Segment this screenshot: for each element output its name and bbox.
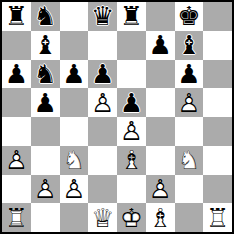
square-c2[interactable]: ♟♙ — [60, 175, 89, 204]
white-king-outline: ♔ — [117, 203, 146, 232]
square-f8[interactable] — [146, 2, 175, 31]
square-d7[interactable] — [88, 31, 117, 60]
piece-white-queen-d1[interactable]: ♛♕ — [88, 203, 117, 232]
square-g2[interactable] — [175, 175, 204, 204]
white-knight-outline: ♘ — [175, 146, 204, 175]
piece-white-pawn-f2[interactable]: ♟♙ — [146, 175, 175, 204]
white-pawn-outline: ♙ — [60, 175, 89, 204]
square-g5[interactable]: ♟♙ — [175, 88, 204, 117]
piece-black-queen-d8[interactable]: ♛ — [88, 2, 117, 31]
square-h1[interactable]: ♜♖ — [203, 203, 232, 232]
white-bishop-outline: ♗ — [146, 203, 175, 232]
piece-black-pawn-b5[interactable]: ♟ — [31, 88, 60, 117]
black-pawn-glyph: ♟ — [117, 88, 146, 117]
piece-black-pawn-d6[interactable]: ♟ — [88, 60, 117, 89]
black-knight-glyph: ♞ — [31, 60, 60, 89]
square-b4[interactable] — [31, 117, 60, 146]
piece-white-knight-g3[interactable]: ♞♘ — [175, 146, 204, 175]
piece-white-knight-c3[interactable]: ♞♘ — [60, 146, 89, 175]
piece-white-pawn-a3[interactable]: ♟♙ — [2, 146, 31, 175]
piece-white-pawn-c2[interactable]: ♟♙ — [60, 175, 89, 204]
square-f6[interactable] — [146, 60, 175, 89]
square-c1[interactable] — [60, 203, 89, 232]
square-a6[interactable]: ♟ — [2, 60, 31, 89]
square-a7[interactable] — [2, 31, 31, 60]
square-e4[interactable]: ♟♙ — [117, 117, 146, 146]
black-pawn-glyph: ♟ — [88, 60, 117, 89]
square-c3[interactable]: ♞♘ — [60, 146, 89, 175]
square-a4[interactable] — [2, 117, 31, 146]
square-h7[interactable] — [203, 31, 232, 60]
piece-white-bishop-e3[interactable]: ♝♗ — [117, 146, 146, 175]
piece-black-knight-b8[interactable]: ♞ — [31, 2, 60, 31]
square-a5[interactable] — [2, 88, 31, 117]
square-b2[interactable]: ♟♙ — [31, 175, 60, 204]
square-b7[interactable]: ♝ — [31, 31, 60, 60]
square-g1[interactable] — [175, 203, 204, 232]
piece-black-pawn-f7[interactable]: ♟ — [146, 31, 175, 60]
square-a1[interactable]: ♜♖ — [2, 203, 31, 232]
square-b1[interactable] — [31, 203, 60, 232]
black-bishop-glyph: ♝ — [31, 31, 60, 60]
square-g7[interactable]: ♝ — [175, 31, 204, 60]
white-pawn-outline: ♙ — [117, 117, 146, 146]
black-rook-glyph: ♜ — [2, 2, 31, 31]
square-d2[interactable] — [88, 175, 117, 204]
piece-white-bishop-f1[interactable]: ♝♗ — [146, 203, 175, 232]
square-f5[interactable] — [146, 88, 175, 117]
square-f7[interactable]: ♟ — [146, 31, 175, 60]
square-h5[interactable] — [203, 88, 232, 117]
piece-black-bishop-b7[interactable]: ♝ — [31, 31, 60, 60]
black-pawn-glyph: ♟ — [31, 88, 60, 117]
piece-white-pawn-b2[interactable]: ♟♙ — [31, 175, 60, 204]
square-g8[interactable]: ♚ — [175, 2, 204, 31]
white-pawn-outline: ♙ — [88, 88, 117, 117]
black-king-glyph: ♚ — [175, 2, 204, 31]
square-h6[interactable] — [203, 60, 232, 89]
piece-black-knight-b6[interactable]: ♞ — [31, 60, 60, 89]
black-rook-glyph: ♜ — [117, 2, 146, 31]
square-a2[interactable] — [2, 175, 31, 204]
square-c6[interactable]: ♟ — [60, 60, 89, 89]
square-f3[interactable] — [146, 146, 175, 175]
chess-board: ♜♞♛♜♚♝♟♝♟♞♟♟♟♟♟♙♟♟♙♟♙♟♙♞♘♝♗♞♘♟♙♟♙♟♙♜♖♛♕♚… — [0, 0, 234, 234]
square-b6[interactable]: ♞ — [31, 60, 60, 89]
square-d3[interactable] — [88, 146, 117, 175]
white-pawn-outline: ♙ — [146, 175, 175, 204]
square-e8[interactable]: ♜ — [117, 2, 146, 31]
square-b8[interactable]: ♞ — [31, 2, 60, 31]
piece-black-king-g8[interactable]: ♚ — [175, 2, 204, 31]
black-bishop-glyph: ♝ — [175, 31, 204, 60]
white-bishop-outline: ♗ — [117, 146, 146, 175]
piece-black-pawn-g6[interactable]: ♟ — [175, 60, 204, 89]
square-f2[interactable]: ♟♙ — [146, 175, 175, 204]
square-a3[interactable]: ♟♙ — [2, 146, 31, 175]
square-e3[interactable]: ♝♗ — [117, 146, 146, 175]
piece-white-pawn-d5[interactable]: ♟♙ — [88, 88, 117, 117]
square-d1[interactable]: ♛♕ — [88, 203, 117, 232]
piece-black-bishop-g7[interactable]: ♝ — [175, 31, 204, 60]
black-knight-glyph: ♞ — [31, 2, 60, 31]
square-e6[interactable] — [117, 60, 146, 89]
white-queen-outline: ♕ — [88, 203, 117, 232]
piece-black-pawn-c6[interactable]: ♟ — [60, 60, 89, 89]
square-c5[interactable] — [60, 88, 89, 117]
square-d8[interactable]: ♛ — [88, 2, 117, 31]
white-pawn-outline: ♙ — [2, 146, 31, 175]
square-f1[interactable]: ♝♗ — [146, 203, 175, 232]
square-g4[interactable] — [175, 117, 204, 146]
square-g3[interactable]: ♞♘ — [175, 146, 204, 175]
piece-white-king-e1[interactable]: ♚♔ — [117, 203, 146, 232]
square-c7[interactable] — [60, 31, 89, 60]
piece-white-rook-a1[interactable]: ♜♖ — [2, 203, 31, 232]
square-e2[interactable] — [117, 175, 146, 204]
white-pawn-outline: ♙ — [175, 88, 204, 117]
square-c8[interactable] — [60, 2, 89, 31]
square-h8[interactable] — [203, 2, 232, 31]
white-rook-outline: ♖ — [2, 203, 31, 232]
square-d6[interactable]: ♟ — [88, 60, 117, 89]
square-h3[interactable] — [203, 146, 232, 175]
square-b3[interactable] — [31, 146, 60, 175]
black-queen-glyph: ♛ — [88, 2, 117, 31]
square-d5[interactable]: ♟♙ — [88, 88, 117, 117]
square-b5[interactable]: ♟ — [31, 88, 60, 117]
square-a8[interactable]: ♜ — [2, 2, 31, 31]
piece-black-pawn-e5[interactable]: ♟ — [117, 88, 146, 117]
black-pawn-glyph: ♟ — [146, 31, 175, 60]
white-knight-outline: ♘ — [60, 146, 89, 175]
piece-white-rook-h1[interactable]: ♜♖ — [203, 203, 232, 232]
piece-white-pawn-g5[interactable]: ♟♙ — [175, 88, 204, 117]
piece-black-rook-a8[interactable]: ♜ — [2, 2, 31, 31]
square-g6[interactable]: ♟ — [175, 60, 204, 89]
white-pawn-outline: ♙ — [31, 175, 60, 204]
piece-black-rook-e8[interactable]: ♜ — [117, 2, 146, 31]
square-d4[interactable] — [88, 117, 117, 146]
white-rook-outline: ♖ — [203, 203, 232, 232]
black-pawn-glyph: ♟ — [175, 60, 204, 89]
square-e7[interactable] — [117, 31, 146, 60]
square-h4[interactable] — [203, 117, 232, 146]
square-e5[interactable]: ♟ — [117, 88, 146, 117]
black-pawn-glyph: ♟ — [2, 60, 31, 89]
square-c4[interactable] — [60, 117, 89, 146]
square-e1[interactable]: ♚♔ — [117, 203, 146, 232]
piece-black-pawn-a6[interactable]: ♟ — [2, 60, 31, 89]
square-f4[interactable] — [146, 117, 175, 146]
piece-white-pawn-e4[interactable]: ♟♙ — [117, 117, 146, 146]
square-h2[interactable] — [203, 175, 232, 204]
black-pawn-glyph: ♟ — [60, 60, 89, 89]
